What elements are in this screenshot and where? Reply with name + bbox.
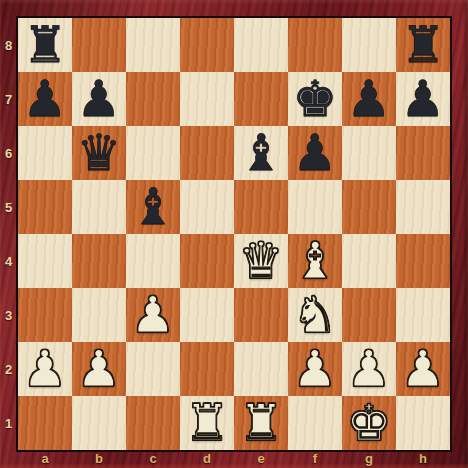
square-e4[interactable]: ♛ xyxy=(234,234,288,288)
white-pawn[interactable]: ♟ xyxy=(401,344,446,394)
square-e1[interactable]: ♜ xyxy=(234,396,288,450)
square-c3[interactable]: ♟ xyxy=(126,288,180,342)
white-pawn[interactable]: ♟ xyxy=(347,344,392,394)
square-a7[interactable]: ♟ xyxy=(18,72,72,126)
white-queen[interactable]: ♛ xyxy=(239,236,284,286)
black-pawn[interactable]: ♟ xyxy=(23,74,68,124)
square-h6[interactable] xyxy=(396,126,450,180)
square-e2[interactable] xyxy=(234,342,288,396)
white-pawn[interactable]: ♟ xyxy=(23,344,68,394)
square-c4[interactable] xyxy=(126,234,180,288)
file-label-d: d xyxy=(180,449,234,467)
square-e8[interactable] xyxy=(234,18,288,72)
square-g4[interactable] xyxy=(342,234,396,288)
rank-label-3: 3 xyxy=(0,288,17,342)
square-a4[interactable] xyxy=(18,234,72,288)
white-king[interactable]: ♚ xyxy=(347,398,392,448)
black-queen[interactable]: ♛ xyxy=(77,128,122,178)
rank-label-5: 5 xyxy=(0,180,17,234)
rank-label-4: 4 xyxy=(0,234,17,288)
white-pawn[interactable]: ♟ xyxy=(77,344,122,394)
square-d4[interactable] xyxy=(180,234,234,288)
square-a1[interactable] xyxy=(18,396,72,450)
square-d6[interactable] xyxy=(180,126,234,180)
square-a6[interactable] xyxy=(18,126,72,180)
square-g3[interactable] xyxy=(342,288,396,342)
square-d7[interactable] xyxy=(180,72,234,126)
square-g5[interactable] xyxy=(342,180,396,234)
square-f4[interactable]: ♝ xyxy=(288,234,342,288)
file-label-g: g xyxy=(342,449,396,467)
square-f3[interactable]: ♞ xyxy=(288,288,342,342)
square-b6[interactable]: ♛ xyxy=(72,126,126,180)
square-g7[interactable]: ♟ xyxy=(342,72,396,126)
white-pawn[interactable]: ♟ xyxy=(293,344,338,394)
square-e7[interactable] xyxy=(234,72,288,126)
square-b4[interactable] xyxy=(72,234,126,288)
square-c5[interactable]: ♝ xyxy=(126,180,180,234)
black-king[interactable]: ♚ xyxy=(293,74,338,124)
square-h1[interactable] xyxy=(396,396,450,450)
file-label-h: h xyxy=(396,449,450,467)
square-f7[interactable]: ♚ xyxy=(288,72,342,126)
square-c1[interactable] xyxy=(126,396,180,450)
square-f2[interactable]: ♟ xyxy=(288,342,342,396)
square-f6[interactable]: ♟ xyxy=(288,126,342,180)
black-pawn[interactable]: ♟ xyxy=(293,128,338,178)
white-knight[interactable]: ♞ xyxy=(293,290,338,340)
black-pawn[interactable]: ♟ xyxy=(347,74,392,124)
square-a5[interactable] xyxy=(18,180,72,234)
square-c6[interactable] xyxy=(126,126,180,180)
black-pawn[interactable]: ♟ xyxy=(77,74,122,124)
black-bishop[interactable]: ♝ xyxy=(131,182,176,232)
square-f1[interactable] xyxy=(288,396,342,450)
black-rook[interactable]: ♜ xyxy=(401,20,446,70)
square-b1[interactable] xyxy=(72,396,126,450)
square-f8[interactable] xyxy=(288,18,342,72)
square-b3[interactable] xyxy=(72,288,126,342)
file-label-e: e xyxy=(234,449,288,467)
square-b7[interactable]: ♟ xyxy=(72,72,126,126)
rank-label-7: 7 xyxy=(0,72,17,126)
square-f5[interactable] xyxy=(288,180,342,234)
black-bishop[interactable]: ♝ xyxy=(239,128,284,178)
chess-diagram: ♜♜♟♟♚♟♟♛♝♟♝♛♝♟♞♟♟♟♟♟♜♜♚ 87654321abcdefgh xyxy=(0,0,468,468)
square-h5[interactable] xyxy=(396,180,450,234)
square-d3[interactable] xyxy=(180,288,234,342)
square-d8[interactable] xyxy=(180,18,234,72)
square-d5[interactable] xyxy=(180,180,234,234)
square-h7[interactable]: ♟ xyxy=(396,72,450,126)
white-pawn[interactable]: ♟ xyxy=(131,290,176,340)
chess-board: ♜♜♟♟♚♟♟♛♝♟♝♛♝♟♞♟♟♟♟♟♜♜♚ xyxy=(18,18,450,450)
square-a8[interactable]: ♜ xyxy=(18,18,72,72)
square-g2[interactable]: ♟ xyxy=(342,342,396,396)
file-label-f: f xyxy=(288,449,342,467)
black-pawn[interactable]: ♟ xyxy=(401,74,446,124)
file-label-b: b xyxy=(72,449,126,467)
square-b2[interactable]: ♟ xyxy=(72,342,126,396)
rank-label-2: 2 xyxy=(0,342,17,396)
square-e6[interactable]: ♝ xyxy=(234,126,288,180)
square-h8[interactable]: ♜ xyxy=(396,18,450,72)
square-b5[interactable] xyxy=(72,180,126,234)
rank-label-8: 8 xyxy=(0,18,17,72)
square-e3[interactable] xyxy=(234,288,288,342)
square-g1[interactable]: ♚ xyxy=(342,396,396,450)
rank-label-1: 1 xyxy=(0,396,17,450)
square-g8[interactable] xyxy=(342,18,396,72)
square-d2[interactable] xyxy=(180,342,234,396)
white-bishop[interactable]: ♝ xyxy=(293,236,338,286)
square-c8[interactable] xyxy=(126,18,180,72)
square-d1[interactable]: ♜ xyxy=(180,396,234,450)
square-h2[interactable]: ♟ xyxy=(396,342,450,396)
square-h4[interactable] xyxy=(396,234,450,288)
file-label-c: c xyxy=(126,449,180,467)
square-c7[interactable] xyxy=(126,72,180,126)
square-b8[interactable] xyxy=(72,18,126,72)
square-h3[interactable] xyxy=(396,288,450,342)
file-label-a: a xyxy=(18,449,72,467)
square-g6[interactable] xyxy=(342,126,396,180)
square-c2[interactable] xyxy=(126,342,180,396)
white-rook[interactable]: ♜ xyxy=(185,398,230,448)
square-a2[interactable]: ♟ xyxy=(18,342,72,396)
rank-label-6: 6 xyxy=(0,126,17,180)
square-e5[interactable] xyxy=(234,180,288,234)
square-a3[interactable] xyxy=(18,288,72,342)
white-rook[interactable]: ♜ xyxy=(239,398,284,448)
black-rook[interactable]: ♜ xyxy=(23,20,68,70)
